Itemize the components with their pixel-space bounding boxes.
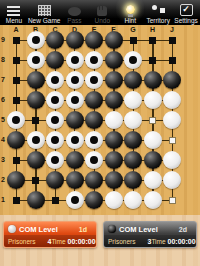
black-stone [66,111,84,129]
black-stone [85,111,103,129]
white-stone-dead [46,91,64,109]
black-stone [105,51,123,69]
row-label-8: 8 [1,56,8,63]
white-stone-dead [27,51,45,69]
dead-stone-mark [71,56,79,64]
white-stone-dead [7,111,25,129]
white-stone-dead [27,131,45,149]
white-prisoners-label: Prisoners [8,238,35,245]
black-stone [124,71,142,89]
black-stone [85,31,103,49]
dead-stone-mark [51,76,59,84]
row-label-9: 9 [1,36,8,43]
settings-button[interactable]: Settings [172,0,200,25]
dead-stone-mark [90,156,98,164]
pass-button[interactable]: Pass [60,0,88,25]
black-stone [105,91,123,109]
black-stone [85,171,103,189]
white-stone-dead [46,131,64,149]
black-stone [27,191,45,209]
dead-stone-mark [51,96,59,104]
player-panel-white: COM Level 1d Prisoners 4 Time 00:00:00 [3,221,97,248]
white-territory-mark [149,117,156,124]
dead-stone-mark [71,76,79,84]
dead-stone-mark [32,136,40,144]
dead-stone-mark [71,196,79,204]
dead-stone-mark [129,56,137,64]
black-prisoners-label: Prisoners [108,238,135,245]
white-stone [144,171,162,189]
white-stone-dead [66,191,84,209]
black-stone [46,51,64,69]
black-stone [46,31,64,49]
white-stone-dead [27,31,45,49]
row-label-1: 1 [1,196,8,203]
row-label-6: 6 [1,96,8,103]
white-stone-dead [66,91,84,109]
white-stone-dead [85,71,103,89]
dead-stone-mark [32,36,40,44]
white-stone-dead [124,51,142,69]
white-stone-dead [85,51,103,69]
black-player-level: 2d [179,226,187,233]
white-stone [163,111,181,129]
black-territory-mark [13,77,20,84]
black-stone [124,171,142,189]
column-label-G: G [127,26,139,33]
dead-stone-mark [51,136,59,144]
white-time-value: 00:00:00 [68,238,96,245]
white-stone-dead [46,151,64,169]
black-stone [105,131,123,149]
speech-bubble-icon [68,3,81,16]
black-stone [85,91,103,109]
white-stone [124,191,142,209]
go-board[interactable]: ABCDEFGHJ987654321 [0,25,200,215]
black-territory-mark [169,57,176,64]
black-stone [66,171,84,189]
white-stone [105,191,123,209]
black-stone [7,171,25,189]
toolbar: Menu New Game Pass Undo Hint Territory S… [0,0,200,25]
white-stone-dead [85,131,103,149]
white-territory-mark [169,137,176,144]
white-territory-mark [169,197,176,204]
white-stone-icon [8,225,16,233]
black-territory-mark [13,57,20,64]
black-stone [27,151,45,169]
dead-stone-mark [71,136,79,144]
menu-label: Menu [6,17,22,24]
go-app: Menu New Game Pass Undo Hint Territory S… [0,0,200,266]
player-panel-black: COM Level 2d Prisoners 3 Time 00:00:00 [103,221,197,248]
black-territory-mark [52,197,59,204]
black-stone [7,131,25,149]
dead-stone-mark [51,116,59,124]
black-stone [144,151,162,169]
white-stone [163,151,181,169]
white-stone-dead [66,131,84,149]
white-stone-dead [85,151,103,169]
white-stone [144,191,162,209]
white-stone-dead [46,111,64,129]
black-time-label: Time [151,238,165,245]
white-stone [163,171,181,189]
new-game-button[interactable]: New Game [28,0,61,25]
black-stone [46,171,64,189]
white-stone [144,131,162,149]
black-stone [163,71,181,89]
checkbox-check-icon [180,3,193,16]
menu-button[interactable]: Menu [0,0,28,25]
column-label-J: J [166,26,178,33]
black-stone [105,171,123,189]
black-stone [85,191,103,209]
black-territory-mark [149,37,156,44]
black-stone [105,151,123,169]
black-territory-mark [130,37,137,44]
undo-label: Undo [95,17,111,24]
white-stone [105,111,123,129]
white-stone [124,91,142,109]
black-player-name: COM Level [119,225,158,234]
column-label-H: H [147,26,159,33]
white-player-level: 1d [79,226,87,233]
white-stone [124,111,142,129]
white-stone-dead [66,71,84,89]
settings-label: Settings [174,17,198,24]
black-stone [144,71,162,89]
black-stone [124,131,142,149]
black-territory-mark [32,117,39,124]
dead-stone-mark [71,96,79,104]
pass-label: Pass [67,17,81,24]
undo-button[interactable]: Undo [88,0,116,25]
black-stone [105,71,123,89]
black-stone [124,151,142,169]
column-label-A: A [10,26,22,33]
dead-stone-mark [90,136,98,144]
hand-icon [97,3,107,16]
board-grid-icon [38,3,51,16]
black-territory-mark [13,37,20,44]
black-territory-mark [13,157,20,164]
black-stone [105,31,123,49]
menu-icon [7,3,20,16]
white-player-name: COM Level [19,225,58,234]
white-stone-dead [46,71,64,89]
black-territory-mark [32,177,39,184]
territory-button[interactable]: Territory [144,0,172,25]
territory-stones-icon [152,3,165,16]
row-label-7: 7 [1,76,8,83]
dead-stone-mark [51,156,59,164]
dead-stone-mark [90,56,98,64]
black-territory-mark [13,97,20,104]
dead-stone-mark [90,76,98,84]
white-time-label: Time [51,238,65,245]
black-stone-icon [108,225,116,233]
new-game-label: New Game [28,17,61,24]
white-stone-dead [66,51,84,69]
black-stone [66,151,84,169]
lightbulb-icon [126,3,135,16]
black-stone [27,71,45,89]
white-stone [163,91,181,109]
black-territory-mark [169,37,176,44]
black-territory-mark [149,57,156,64]
black-territory-mark [13,197,20,204]
row-label-3: 3 [1,156,8,163]
hint-button[interactable]: Hint [116,0,144,25]
territory-label: Territory [146,17,169,24]
black-stone [27,91,45,109]
white-stone [144,91,162,109]
info-bar: COM Level 1d Prisoners 4 Time 00:00:00 C… [0,215,200,266]
black-time-value: 00:00:00 [168,238,196,245]
dead-stone-mark [12,116,20,124]
hint-label: Hint [124,17,136,24]
dead-stone-mark [32,56,40,64]
black-stone [66,31,84,49]
